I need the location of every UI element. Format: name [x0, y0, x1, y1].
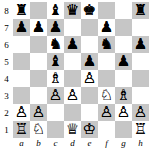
rank-label-6: 6 — [0, 36, 13, 53]
square-a2[interactable]: ♙ — [13, 104, 30, 121]
square-b5[interactable] — [30, 53, 47, 70]
square-c7[interactable]: ♟ — [47, 19, 64, 36]
square-g8[interactable] — [115, 2, 132, 19]
square-f3[interactable]: ♘ — [98, 87, 115, 104]
square-h5[interactable] — [132, 53, 149, 70]
piece-white-pawn-g2: ♙ — [117, 104, 130, 121]
square-b1[interactable]: ♘ — [30, 121, 47, 138]
piece-black-pawn-h6: ♟ — [134, 36, 147, 53]
square-g7[interactable] — [115, 19, 132, 36]
square-c3[interactable]: ♙ — [47, 87, 64, 104]
piece-black-knight-f6: ♞ — [100, 36, 113, 53]
square-h4[interactable] — [132, 70, 149, 87]
file-label-f: f — [98, 138, 115, 149]
square-d7[interactable] — [64, 19, 81, 36]
square-a6[interactable] — [13, 36, 30, 53]
square-h7[interactable] — [132, 19, 149, 36]
square-d2[interactable] — [64, 104, 81, 121]
piece-white-pawn-d3: ♙ — [66, 87, 79, 104]
square-a5[interactable] — [13, 53, 30, 70]
square-c2[interactable] — [47, 104, 64, 121]
square-c6[interactable]: ♞ — [47, 36, 64, 53]
rank-label-3: 3 — [0, 87, 13, 104]
square-d3[interactable]: ♙ — [64, 87, 81, 104]
square-a3[interactable] — [13, 87, 30, 104]
square-a8[interactable]: ♜ — [13, 2, 30, 19]
square-a4[interactable] — [13, 70, 30, 87]
piece-black-bishop-c5: ♝ — [49, 53, 62, 70]
rank-label-5: 5 — [0, 53, 13, 70]
rank-label-8: 8 — [0, 2, 13, 19]
square-e1[interactable]: ♔ — [81, 121, 98, 138]
square-d5[interactable] — [64, 53, 81, 70]
square-c1[interactable] — [47, 121, 64, 138]
rank-label-1: 1 — [0, 121, 13, 138]
square-c5[interactable]: ♝ — [47, 53, 64, 70]
square-h3[interactable] — [132, 87, 149, 104]
piece-black-knight-c6: ♞ — [49, 36, 62, 53]
chess-board: 8♜♝♛♚♜7♟♟♟♟6♞♟♞♟5♝♟♟4♗♙3♙♙♘♗2♙♙♙♙♙1♖♘♕♔♖… — [0, 0, 149, 149]
file-label-g: g — [115, 138, 132, 149]
square-a7[interactable]: ♟ — [13, 19, 30, 36]
piece-white-bishop-g3: ♗ — [117, 87, 130, 104]
square-c8[interactable]: ♝ — [47, 2, 64, 19]
square-h2[interactable]: ♙ — [132, 104, 149, 121]
piece-black-rook-a8: ♜ — [15, 2, 28, 19]
square-g6[interactable] — [115, 36, 132, 53]
file-label-d: d — [64, 138, 81, 149]
piece-black-bishop-c8: ♝ — [49, 2, 62, 19]
square-d1[interactable]: ♕ — [64, 121, 81, 138]
piece-black-pawn-c7: ♟ — [49, 19, 62, 36]
square-d6[interactable]: ♟ — [64, 36, 81, 53]
piece-black-rook-h8: ♜ — [134, 2, 147, 19]
board-corner — [0, 138, 13, 149]
square-b2[interactable]: ♙ — [30, 104, 47, 121]
piece-black-queen-d8: ♛ — [66, 2, 79, 19]
piece-white-pawn-b2: ♙ — [32, 104, 45, 121]
piece-black-pawn-d6: ♟ — [66, 36, 79, 53]
piece-white-pawn-a2: ♙ — [15, 104, 28, 121]
square-b6[interactable] — [30, 36, 47, 53]
square-b8[interactable] — [30, 2, 47, 19]
square-e5[interactable]: ♟ — [81, 53, 98, 70]
square-b7[interactable]: ♟ — [30, 19, 47, 36]
piece-white-king-e1: ♔ — [83, 121, 96, 138]
rank-label-2: 2 — [0, 104, 13, 121]
piece-white-pawn-c3: ♙ — [49, 87, 62, 104]
square-b4[interactable] — [30, 70, 47, 87]
square-e4[interactable]: ♙ — [81, 70, 98, 87]
square-f6[interactable]: ♞ — [98, 36, 115, 53]
file-label-e: e — [81, 138, 98, 149]
piece-white-knight-f3: ♘ — [100, 87, 113, 104]
piece-black-pawn-e5: ♟ — [83, 53, 96, 70]
square-b3[interactable] — [30, 87, 47, 104]
piece-black-pawn-a7: ♟ — [15, 19, 28, 36]
square-g5[interactable]: ♟ — [115, 53, 132, 70]
square-a1[interactable]: ♖ — [13, 121, 30, 138]
square-e3[interactable] — [81, 87, 98, 104]
file-label-h: h — [132, 138, 149, 149]
square-f5[interactable] — [98, 53, 115, 70]
square-g2[interactable]: ♙ — [115, 104, 132, 121]
piece-black-pawn-f7: ♟ — [100, 19, 113, 36]
file-label-a: a — [13, 138, 30, 149]
piece-black-pawn-b7: ♟ — [32, 19, 45, 36]
rank-label-4: 4 — [0, 70, 13, 87]
piece-white-queen-d1: ♕ — [66, 121, 79, 138]
square-f1[interactable] — [98, 121, 115, 138]
square-f4[interactable] — [98, 70, 115, 87]
square-h8[interactable]: ♜ — [132, 2, 149, 19]
square-e8[interactable]: ♚ — [81, 2, 98, 19]
square-g4[interactable] — [115, 70, 132, 87]
piece-black-king-e8: ♚ — [83, 2, 96, 19]
square-e7[interactable] — [81, 19, 98, 36]
piece-black-pawn-g5: ♟ — [117, 53, 130, 70]
square-f7[interactable]: ♟ — [98, 19, 115, 36]
square-f2[interactable]: ♙ — [98, 104, 115, 121]
piece-white-knight-b1: ♘ — [32, 121, 45, 138]
chess-diagram: 8♜♝♛♚♜7♟♟♟♟6♞♟♞♟5♝♟♟4♗♙3♙♙♘♗2♙♙♙♙♙1♖♘♕♔♖… — [0, 0, 151, 149]
piece-white-rook-a1: ♖ — [15, 121, 28, 138]
square-e6[interactable] — [81, 36, 98, 53]
square-f8[interactable] — [98, 2, 115, 19]
square-g1[interactable] — [115, 121, 132, 138]
square-d4[interactable] — [64, 70, 81, 87]
rank-label-7: 7 — [0, 19, 13, 36]
square-d8[interactable]: ♛ — [64, 2, 81, 19]
piece-white-bishop-c4: ♗ — [49, 70, 62, 87]
square-h6[interactable]: ♟ — [132, 36, 149, 53]
piece-white-rook-h1: ♖ — [134, 121, 147, 138]
square-h1[interactable]: ♖ — [132, 121, 149, 138]
square-g3[interactable]: ♗ — [115, 87, 132, 104]
square-e2[interactable] — [81, 104, 98, 121]
square-c4[interactable]: ♗ — [47, 70, 64, 87]
file-label-c: c — [47, 138, 64, 149]
piece-white-pawn-f2: ♙ — [100, 104, 113, 121]
file-label-b: b — [30, 138, 47, 149]
piece-white-pawn-e4: ♙ — [83, 70, 96, 87]
piece-white-pawn-h2: ♙ — [134, 104, 147, 121]
